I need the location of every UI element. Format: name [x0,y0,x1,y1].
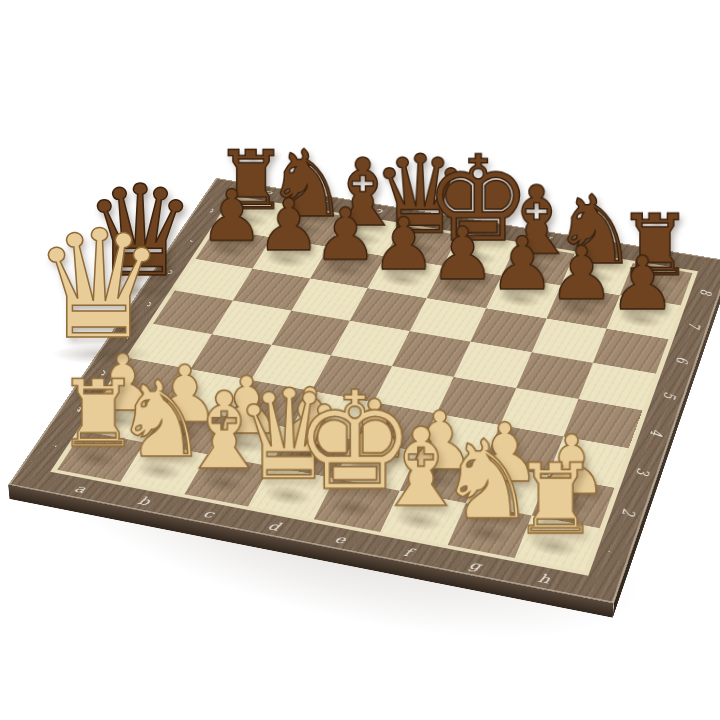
square-h1[interactable]: ♜ [515,516,599,572]
product-photo: abcdefgh abcdefgh 87654321 87654321 ♜♞♝♛… [0,0,720,720]
piece-white-rook-h1[interactable]: ♜ [512,451,599,548]
spare-white-queen[interactable]: ♛ [36,206,162,356]
